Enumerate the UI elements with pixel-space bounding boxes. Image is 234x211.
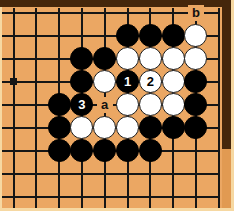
black-stone-move-1: 1 xyxy=(116,70,139,93)
black-stone xyxy=(162,24,185,47)
point-label-b: b xyxy=(188,5,204,21)
black-stone xyxy=(48,116,71,139)
grid-vline xyxy=(218,8,220,208)
white-stone xyxy=(162,93,185,116)
star-point xyxy=(10,78,17,85)
black-stone xyxy=(139,116,162,139)
board-right-edge-bar xyxy=(222,0,231,149)
white-stone xyxy=(162,47,185,70)
grid-vline xyxy=(35,8,37,208)
white-stone xyxy=(116,47,139,70)
point-label-a: a xyxy=(97,97,113,113)
black-stone xyxy=(48,139,71,162)
grid-vline xyxy=(13,8,15,208)
white-stone xyxy=(139,93,162,116)
black-stone xyxy=(139,139,162,162)
black-stone xyxy=(48,93,71,116)
black-stone xyxy=(162,116,185,139)
white-stone-move-2: 2 xyxy=(139,70,162,93)
black-stone xyxy=(116,139,139,162)
black-stone xyxy=(116,24,139,47)
board-right-side-strip xyxy=(222,149,231,208)
go-board: 123ab xyxy=(0,0,234,211)
black-stone xyxy=(139,24,162,47)
white-stone xyxy=(139,47,162,70)
white-stone xyxy=(162,70,185,93)
white-stone xyxy=(116,93,139,116)
white-stone xyxy=(116,116,139,139)
